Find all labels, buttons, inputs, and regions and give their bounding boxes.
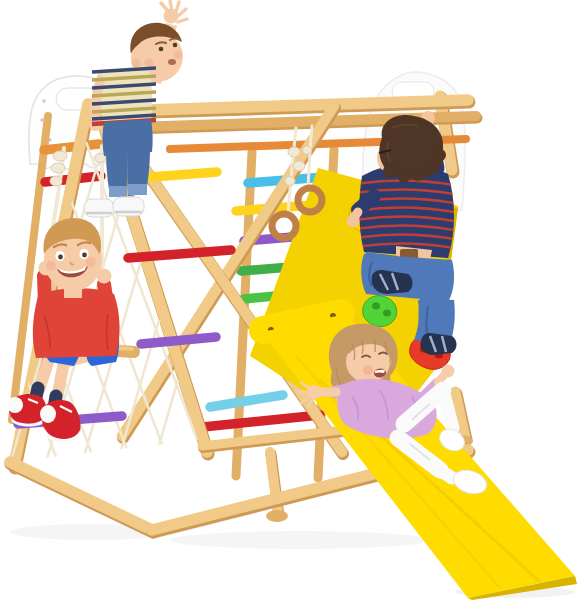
arm-left xyxy=(44,276,45,304)
product-photo xyxy=(0,0,581,600)
hand-right xyxy=(442,365,455,378)
rung-red-low xyxy=(203,415,320,427)
sandal-right xyxy=(420,333,456,355)
rung-lightblue xyxy=(210,395,283,407)
rung-purple xyxy=(141,337,216,344)
hand xyxy=(347,215,360,228)
rung-orange xyxy=(44,144,99,150)
jeans xyxy=(103,119,153,197)
climb-hold-green xyxy=(363,296,397,327)
playset-illustration xyxy=(0,0,581,600)
arm-right xyxy=(104,284,107,304)
